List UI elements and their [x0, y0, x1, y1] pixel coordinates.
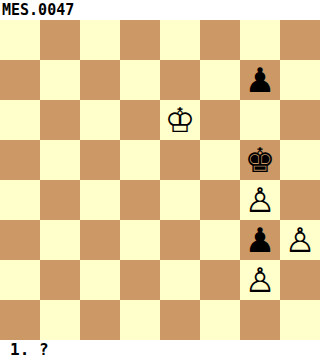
square-f6[interactable] [200, 100, 240, 140]
square-d1[interactable] [120, 300, 160, 340]
square-d4[interactable] [120, 180, 160, 220]
square-h8[interactable] [280, 20, 320, 60]
square-f4[interactable] [200, 180, 240, 220]
square-b7[interactable] [40, 60, 80, 100]
square-e8[interactable] [160, 20, 200, 60]
square-c8[interactable] [80, 20, 120, 60]
square-f5[interactable] [200, 140, 240, 180]
black-pawn[interactable]: ♟ [245, 60, 275, 100]
square-f3[interactable] [200, 220, 240, 260]
square-b5[interactable] [40, 140, 80, 180]
square-a6[interactable] [0, 100, 40, 140]
square-a4[interactable] [0, 180, 40, 220]
black-pawn[interactable]: ♟ [245, 220, 275, 260]
square-g7[interactable]: ♟ [240, 60, 280, 100]
square-e5[interactable] [160, 140, 200, 180]
square-d8[interactable] [120, 20, 160, 60]
white-pawn[interactable]: ♙ [245, 180, 275, 220]
square-a7[interactable] [0, 60, 40, 100]
square-d2[interactable] [120, 260, 160, 300]
square-g8[interactable] [240, 20, 280, 60]
square-f7[interactable] [200, 60, 240, 100]
black-king[interactable]: ♚ [245, 140, 275, 180]
square-g2[interactable]: ♙ [240, 260, 280, 300]
square-h5[interactable] [280, 140, 320, 180]
square-b6[interactable] [40, 100, 80, 140]
square-g4[interactable]: ♙ [240, 180, 280, 220]
square-c7[interactable] [80, 60, 120, 100]
square-c3[interactable] [80, 220, 120, 260]
square-b2[interactable] [40, 260, 80, 300]
problem-id-label: MES.0047 [0, 0, 74, 20]
chess-board: ♟♔♚♙♟♙♙ [0, 20, 320, 340]
square-h4[interactable] [280, 180, 320, 220]
square-d3[interactable] [120, 220, 160, 260]
square-e1[interactable] [160, 300, 200, 340]
square-f2[interactable] [200, 260, 240, 300]
square-h6[interactable] [280, 100, 320, 140]
square-b4[interactable] [40, 180, 80, 220]
square-g3[interactable]: ♟ [240, 220, 280, 260]
square-c4[interactable] [80, 180, 120, 220]
square-b1[interactable] [40, 300, 80, 340]
square-e6[interactable]: ♔ [160, 100, 200, 140]
header-bar: MES.0047 [0, 0, 320, 20]
square-b8[interactable] [40, 20, 80, 60]
square-h2[interactable] [280, 260, 320, 300]
square-a5[interactable] [0, 140, 40, 180]
square-a2[interactable] [0, 260, 40, 300]
square-e4[interactable] [160, 180, 200, 220]
white-pawn[interactable]: ♙ [245, 260, 275, 300]
square-f8[interactable] [200, 20, 240, 60]
square-c1[interactable] [80, 300, 120, 340]
square-a3[interactable] [0, 220, 40, 260]
square-g6[interactable] [240, 100, 280, 140]
square-h3[interactable]: ♙ [280, 220, 320, 260]
square-d7[interactable] [120, 60, 160, 100]
square-d5[interactable] [120, 140, 160, 180]
square-c5[interactable] [80, 140, 120, 180]
square-e3[interactable] [160, 220, 200, 260]
square-e2[interactable] [160, 260, 200, 300]
square-c6[interactable] [80, 100, 120, 140]
square-e7[interactable] [160, 60, 200, 100]
footer-bar: 1. ? [0, 340, 320, 360]
square-b3[interactable] [40, 220, 80, 260]
white-pawn[interactable]: ♙ [285, 220, 315, 260]
square-c2[interactable] [80, 260, 120, 300]
square-f1[interactable] [200, 300, 240, 340]
square-h1[interactable] [280, 300, 320, 340]
square-g5[interactable]: ♚ [240, 140, 280, 180]
move-prompt-label: 1. ? [0, 340, 49, 360]
square-a8[interactable] [0, 20, 40, 60]
square-g1[interactable] [240, 300, 280, 340]
square-d6[interactable] [120, 100, 160, 140]
white-king[interactable]: ♔ [165, 100, 195, 140]
square-a1[interactable] [0, 300, 40, 340]
square-h7[interactable] [280, 60, 320, 100]
